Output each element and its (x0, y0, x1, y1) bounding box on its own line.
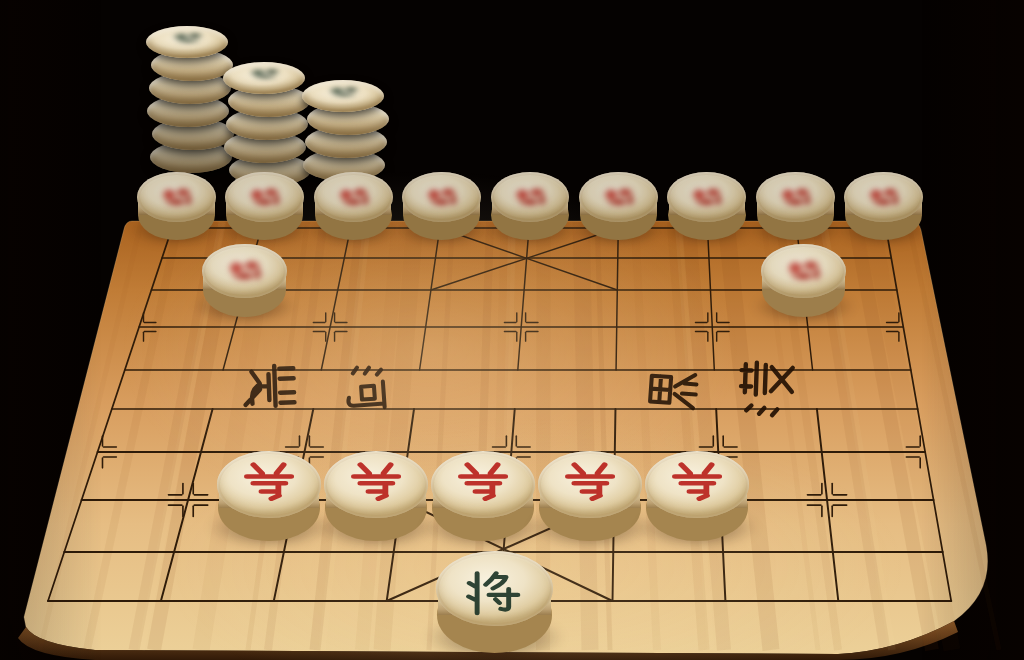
piece-character (561, 457, 619, 502)
red-character-smudge (156, 183, 197, 211)
piece-character (240, 457, 298, 502)
piece-red-advisor-f6r1[interactable] (579, 172, 658, 240)
red-character-smudge (863, 183, 904, 211)
piece-character-blurred (333, 183, 374, 211)
piece-character-blurred (686, 183, 727, 211)
red-character-smudge (598, 183, 639, 211)
piece-red-chariot-f9r1[interactable] (844, 172, 923, 240)
photo-scene (0, 0, 1024, 660)
piece-character-blurred (775, 183, 816, 211)
piece-red-soldier-f6r8[interactable] (538, 451, 642, 541)
piece-character-blurred (509, 183, 550, 211)
piece-character-blurred (222, 255, 266, 286)
piece-character-blurred (598, 183, 639, 211)
piece-black-general-f5r10[interactable] (436, 551, 553, 653)
piece-character-blurred (863, 183, 904, 211)
red-character-smudge (333, 183, 374, 211)
red-character-smudge (244, 183, 285, 211)
red-character-smudge (775, 183, 816, 211)
piece-character (347, 457, 405, 502)
piece-character-blurred (421, 183, 462, 211)
red-character-smudge (781, 255, 825, 286)
piece-red-horse-f2r1[interactable] (225, 172, 304, 240)
piece-character-blurred (781, 255, 825, 286)
piece-red-soldier-f7r8[interactable] (645, 451, 749, 541)
piece-character-blurred (156, 183, 197, 211)
piece-red-soldier-f5r8[interactable] (431, 451, 535, 541)
piece-red-soldier-f3r8[interactable] (217, 451, 321, 541)
pieces-layer (0, 0, 1024, 660)
piece-character (454, 457, 512, 502)
piece-red-cannon-f2r3[interactable] (202, 244, 287, 318)
piece-red-cannon-f8r3[interactable] (761, 244, 846, 318)
piece-character (462, 566, 528, 620)
piece-character (668, 457, 726, 502)
piece-red-elephant-f3r1[interactable] (314, 172, 393, 240)
red-character-smudge (509, 183, 550, 211)
piece-red-elephant-f7r1[interactable] (667, 172, 746, 240)
piece-red-chariot-f1r1[interactable] (137, 172, 216, 240)
red-character-smudge (686, 183, 727, 211)
piece-red-soldier-f4r8[interactable] (324, 451, 428, 541)
piece-red-general-f5r1[interactable] (491, 172, 570, 240)
piece-red-horse-f8r1[interactable] (756, 172, 835, 240)
red-character-smudge (222, 255, 266, 286)
red-character-smudge (421, 183, 462, 211)
piece-red-advisor-f4r1[interactable] (402, 172, 481, 240)
piece-character-blurred (244, 183, 285, 211)
